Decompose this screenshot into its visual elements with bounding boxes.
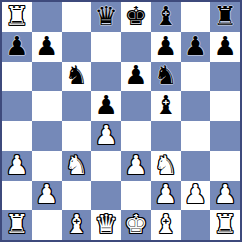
square-a7[interactable]: ♟ <box>2 32 32 62</box>
black-pawn-piece: ♟ <box>35 33 58 59</box>
white-rook-piece: ♜ <box>5 3 28 29</box>
square-b2[interactable]: ♟ <box>32 181 62 211</box>
square-f1[interactable]: ♝ <box>151 210 181 240</box>
black-knight-piece: ♞ <box>65 62 88 88</box>
square-d2[interactable] <box>91 181 121 211</box>
square-a3[interactable]: ♟ <box>2 151 32 181</box>
black-pawn-piece: ♟ <box>154 33 177 59</box>
white-bishop-piece: ♝ <box>65 211 88 237</box>
square-c1[interactable]: ♝ <box>62 210 92 240</box>
black-knight-piece: ♞ <box>154 62 177 88</box>
black-pawn-piece: ♟ <box>94 92 117 118</box>
square-h4[interactable] <box>210 121 240 151</box>
square-d4[interactable]: ♟ <box>91 121 121 151</box>
square-b7[interactable]: ♟ <box>32 32 62 62</box>
black-rook-piece: ♜ <box>213 3 236 29</box>
black-pawn-piece: ♟ <box>184 33 207 59</box>
white-queen-piece: ♛ <box>94 211 117 237</box>
square-c8[interactable] <box>62 2 92 32</box>
black-bishop-piece: ♝ <box>154 92 177 118</box>
white-pawn-piece: ♟ <box>5 152 28 178</box>
square-f2[interactable]: ♟ <box>151 181 181 211</box>
black-queen-piece: ♛ <box>94 3 117 29</box>
white-knight-piece: ♞ <box>154 152 177 178</box>
square-e3[interactable]: ♟ <box>121 151 151 181</box>
square-h3[interactable] <box>210 151 240 181</box>
square-b8[interactable] <box>32 2 62 32</box>
square-d1[interactable]: ♛ <box>91 210 121 240</box>
black-bishop-piece: ♝ <box>154 3 177 29</box>
square-c2[interactable] <box>62 181 92 211</box>
square-e1[interactable]: ♚ <box>121 210 151 240</box>
white-pawn-piece: ♟ <box>213 181 236 207</box>
white-king-piece: ♚ <box>124 211 147 237</box>
square-b6[interactable] <box>32 62 62 92</box>
square-c5[interactable] <box>62 91 92 121</box>
square-h5[interactable] <box>210 91 240 121</box>
square-g1[interactable] <box>181 210 211 240</box>
square-e4[interactable] <box>121 121 151 151</box>
square-c7[interactable] <box>62 32 92 62</box>
square-a6[interactable] <box>2 62 32 92</box>
square-g6[interactable] <box>181 62 211 92</box>
black-king-piece: ♚ <box>124 3 147 29</box>
square-c4[interactable] <box>62 121 92 151</box>
white-rook-piece: ♜ <box>5 211 28 237</box>
square-c3[interactable]: ♞ <box>62 151 92 181</box>
square-a5[interactable] <box>2 91 32 121</box>
white-bishop-piece: ♝ <box>154 211 177 237</box>
square-h8[interactable]: ♜ <box>210 2 240 32</box>
square-h6[interactable] <box>210 62 240 92</box>
chess-app: ♜♛♚♝♜♟♟♟♟♟♞♟♞♟♝♟♟♞♟♞♟♟♟♟♜♝♛♚♝♜ <box>0 0 242 242</box>
square-b1[interactable] <box>32 210 62 240</box>
black-pawn-piece: ♟ <box>124 62 147 88</box>
square-a4[interactable] <box>2 121 32 151</box>
square-b5[interactable] <box>32 91 62 121</box>
square-a1[interactable]: ♜ <box>2 210 32 240</box>
square-g2[interactable]: ♟ <box>181 181 211 211</box>
white-knight-piece: ♞ <box>65 152 88 178</box>
square-a2[interactable] <box>2 181 32 211</box>
square-g5[interactable] <box>181 91 211 121</box>
square-f4[interactable] <box>151 121 181 151</box>
white-pawn-piece: ♟ <box>124 152 147 178</box>
square-f3[interactable]: ♞ <box>151 151 181 181</box>
square-h1[interactable]: ♜ <box>210 210 240 240</box>
square-e2[interactable] <box>121 181 151 211</box>
square-h7[interactable]: ♟ <box>210 32 240 62</box>
square-b4[interactable] <box>32 121 62 151</box>
square-f5[interactable]: ♝ <box>151 91 181 121</box>
square-h2[interactable]: ♟ <box>210 181 240 211</box>
white-pawn-piece: ♟ <box>94 122 117 148</box>
white-rook-piece: ♜ <box>213 211 236 237</box>
square-b3[interactable] <box>32 151 62 181</box>
square-g4[interactable] <box>181 121 211 151</box>
square-e6[interactable]: ♟ <box>121 62 151 92</box>
square-d3[interactable] <box>91 151 121 181</box>
square-e7[interactable] <box>121 32 151 62</box>
white-pawn-piece: ♟ <box>154 181 177 207</box>
square-d6[interactable] <box>91 62 121 92</box>
square-a8[interactable]: ♜ <box>2 2 32 32</box>
square-f6[interactable]: ♞ <box>151 62 181 92</box>
square-d8[interactable]: ♛ <box>91 2 121 32</box>
square-g7[interactable]: ♟ <box>181 32 211 62</box>
square-d5[interactable]: ♟ <box>91 91 121 121</box>
square-g3[interactable] <box>181 151 211 181</box>
square-e8[interactable]: ♚ <box>121 2 151 32</box>
white-pawn-piece: ♟ <box>184 181 207 207</box>
chess-board: ♜♛♚♝♜♟♟♟♟♟♞♟♞♟♝♟♟♞♟♞♟♟♟♟♜♝♛♚♝♜ <box>0 0 242 242</box>
square-c6[interactable]: ♞ <box>62 62 92 92</box>
square-f7[interactable]: ♟ <box>151 32 181 62</box>
black-pawn-piece: ♟ <box>5 33 28 59</box>
white-pawn-piece: ♟ <box>35 181 58 207</box>
square-f8[interactable]: ♝ <box>151 2 181 32</box>
square-g8[interactable] <box>181 2 211 32</box>
square-d7[interactable] <box>91 32 121 62</box>
black-pawn-piece: ♟ <box>213 33 236 59</box>
square-e5[interactable] <box>121 91 151 121</box>
